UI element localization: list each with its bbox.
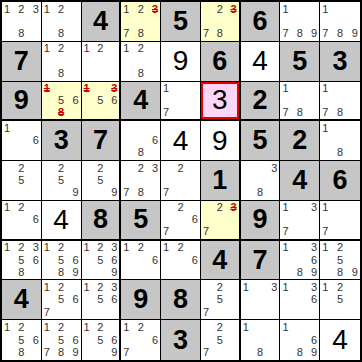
cell-r2c9[interactable]: 3 — [320, 42, 360, 82]
candidate-grid: 38 — [241, 161, 280, 200]
cell-given-value: 3 — [42, 121, 81, 160]
candidate-6: 6 — [67, 334, 79, 347]
cell-r4c1[interactable]: 16 — [2, 121, 42, 161]
candidate-2: 2 — [214, 281, 225, 293]
cell-r9c8[interactable]: 1689 — [280, 320, 320, 360]
candidate-grid: 125689 — [42, 241, 81, 280]
cell-given-value: 6 — [320, 161, 360, 200]
sudoku-board: 1238128412378523786178917897128121289645… — [0, 0, 362, 362]
cell-r9c7[interactable]: 18 — [241, 320, 281, 360]
candidate-1: 1 — [322, 122, 334, 134]
candidate-grid: 126 — [2, 201, 41, 239]
candidate-grid: 68 — [121, 121, 160, 160]
candidate-2: 2 — [135, 242, 147, 254]
candidate-grid: 137 — [280, 201, 319, 239]
cell-r2c4[interactable]: 128 — [121, 42, 161, 82]
candidate-7: 7 — [44, 306, 56, 318]
cell-r5c9[interactable]: 6 — [320, 161, 360, 201]
candidate-8: 8 — [294, 346, 306, 359]
candidate-grid: 125 — [320, 280, 360, 319]
candidate-6: 6 — [106, 94, 117, 106]
candidate-8: 8 — [334, 106, 346, 118]
candidate-9: 9 — [306, 266, 318, 278]
cell-given-value: 3 — [320, 42, 360, 81]
candidate-grid: 12378 — [121, 2, 160, 41]
candidate-6: 6 — [27, 334, 39, 347]
candidate-8: 8 — [55, 346, 67, 359]
cell-given-value: 2 — [241, 82, 280, 120]
candidate-8: 8 — [334, 147, 346, 159]
candidate-2: 2 — [214, 3, 225, 15]
candidate-grid: 257 — [201, 320, 239, 360]
cell-given-value: 7 — [82, 121, 120, 160]
candidate-7: 7 — [322, 106, 334, 118]
candidate-2: 2 — [16, 3, 28, 15]
cell-r5c3[interactable]: 259 — [82, 161, 122, 201]
cell-r9c2[interactable]: 1256789 — [42, 320, 82, 360]
cell-r1c5[interactable]: 5 — [161, 2, 201, 42]
candidate-6: 6 — [106, 254, 117, 266]
cell-r6c1[interactable]: 126 — [2, 201, 42, 241]
candidate-grid: 128 — [42, 2, 81, 41]
candidate-6: 6 — [27, 135, 39, 147]
cell-r6c4[interactable]: 5 — [121, 201, 161, 241]
candidate-grid: 18 — [320, 121, 360, 160]
candidate-1: 1 — [44, 3, 56, 15]
candidate-2: 2 — [175, 162, 187, 174]
cell-r2c7[interactable]: 4 — [241, 42, 281, 82]
candidate-5: 5 — [16, 254, 28, 266]
cell-r1c4[interactable]: 12378 — [121, 2, 161, 42]
candidate-3: 3 — [106, 242, 117, 254]
candidate-3: 3 — [306, 202, 318, 214]
cell-given-value: 5 — [121, 201, 160, 239]
cell-r1c9[interactable]: 1789 — [320, 2, 360, 42]
cell-r3c4[interactable]: 4 — [121, 82, 161, 122]
candidate-9: 9 — [306, 346, 318, 359]
cell-r9c1[interactable]: 12568 — [2, 320, 42, 360]
cell-given-value: 7 — [2, 42, 41, 81]
candidate-8: 8 — [294, 28, 306, 40]
candidate-5: 5 — [95, 254, 106, 266]
cell-given-value: 8 — [82, 201, 120, 239]
candidate-7: 7 — [282, 226, 294, 238]
candidate-grid: 1356 — [82, 82, 120, 120]
candidate-grid: 2378 — [121, 161, 160, 200]
cell-given-value: 4 — [201, 241, 239, 280]
cell-r5c6[interactable]: 1 — [201, 161, 241, 201]
candidate-8: 8 — [135, 187, 147, 199]
cell-given-value: 4 — [121, 82, 160, 120]
cell-given-value: 9 — [241, 201, 280, 239]
cell-entered-value: 9 — [201, 121, 239, 160]
cell-r2c2[interactable]: 128 — [42, 42, 82, 82]
candidate-2: 2 — [334, 281, 346, 293]
cell-r9c3[interactable]: 12569 — [82, 320, 122, 360]
candidate-5: 5 — [16, 174, 28, 186]
cell-r8c2[interactable]: 12567 — [42, 280, 82, 320]
candidate-grid: 27 — [161, 161, 200, 200]
candidate-5: 5 — [334, 254, 346, 266]
cell-r6c9[interactable]: 17 — [320, 201, 360, 241]
candidate-3: 3 — [306, 242, 318, 254]
cell-given-value: 1 — [201, 161, 239, 200]
candidate-2: 2 — [95, 281, 106, 293]
cell-r9c6[interactable]: 257 — [201, 320, 241, 360]
cell-entered-value: 4 — [320, 320, 360, 360]
cell-r2c1[interactable]: 7 — [2, 42, 42, 82]
cell-r4c6[interactable]: 9 — [201, 121, 241, 161]
candidate-8: 8 — [254, 187, 266, 199]
candidate-6: 6 — [306, 334, 318, 347]
candidate-6: 6 — [106, 294, 117, 306]
candidate-grid: 126 — [161, 241, 200, 280]
cell-entered-value: 4 — [241, 42, 280, 81]
cell-r7c8[interactable]: 13689 — [280, 241, 320, 281]
cell-given-value: 7 — [241, 241, 280, 280]
candidate-5: 5 — [214, 334, 225, 347]
candidate-2: 2 — [55, 321, 67, 334]
candidate-grid: 12567 — [42, 280, 81, 319]
cell-given-value: 5 — [241, 121, 280, 160]
candidate-2: 2 — [16, 202, 28, 214]
candidate-5: 5 — [55, 254, 67, 266]
candidate-1: 1 — [163, 242, 175, 254]
cell-r4c2[interactable]: 3 — [42, 121, 82, 161]
candidate-1: 1 — [322, 281, 334, 293]
candidate-6: 6 — [67, 254, 79, 266]
candidate-8: 8 — [16, 346, 28, 359]
cell-r1c6[interactable]: 2378 — [201, 2, 241, 42]
candidate-grid: 18 — [241, 320, 280, 360]
candidate-1: 1 — [4, 202, 16, 214]
cell-r5c8[interactable]: 4 — [280, 161, 320, 201]
candidate-9: 9 — [346, 28, 358, 40]
cell-r2c8[interactable]: 5 — [280, 42, 320, 82]
cell-r7c9[interactable]: 12589 — [320, 241, 360, 281]
cell-r8c8[interactable]: 136 — [280, 280, 320, 320]
cell-r3c1[interactable]: 9 — [2, 82, 42, 122]
cell-r6c3[interactable]: 8 — [82, 201, 122, 241]
candidate-5: 5 — [55, 294, 67, 306]
candidate-1: 1 — [84, 242, 95, 254]
candidate-1: 1 — [4, 122, 16, 134]
candidate-1: 1 — [123, 242, 135, 254]
candidate-grid: 1568 — [42, 82, 81, 120]
cell-r5c7[interactable]: 38 — [241, 161, 281, 201]
cell-r1c8[interactable]: 1789 — [280, 2, 320, 42]
candidate-grid: 17 — [320, 201, 360, 239]
cell-r3c5[interactable]: 17 — [161, 82, 201, 122]
cell-r4c9[interactable]: 18 — [320, 121, 360, 161]
candidate-7: 7 — [123, 346, 135, 359]
cell-entered-value: 4 — [42, 201, 81, 239]
candidate-eliminated-3: 3 — [106, 83, 117, 95]
candidate-grid: 259 — [82, 161, 120, 200]
candidate-grid: 12589 — [320, 241, 360, 280]
candidate-5: 5 — [55, 174, 67, 186]
cell-r8c3[interactable]: 12356 — [82, 280, 122, 320]
candidate-7: 7 — [203, 306, 214, 318]
candidate-eliminated-1: 1 — [44, 83, 56, 95]
candidate-3: 3 — [27, 3, 39, 15]
candidate-grid: 16 — [2, 121, 41, 160]
cell-r4c4[interactable]: 68 — [121, 121, 161, 161]
candidate-1: 1 — [282, 242, 294, 254]
cell-r5c5[interactable]: 27 — [161, 161, 201, 201]
candidate-6: 6 — [147, 334, 159, 347]
candidate-grid: 12569 — [82, 320, 120, 360]
candidate-3: 3 — [147, 162, 159, 174]
cell-r8c4[interactable]: 9 — [121, 280, 161, 320]
candidate-grid: 128 — [121, 42, 160, 81]
candidate-grid: 1689 — [280, 320, 319, 360]
candidate-7: 7 — [322, 28, 334, 40]
candidate-1: 1 — [282, 202, 294, 214]
cell-r3c8[interactable]: 178 — [280, 82, 320, 122]
cell-r3c9[interactable]: 178 — [320, 82, 360, 122]
candidate-9: 9 — [346, 266, 358, 278]
candidate-2: 2 — [95, 162, 106, 174]
candidate-6: 6 — [27, 254, 39, 266]
candidate-7: 7 — [203, 346, 214, 359]
candidate-9: 9 — [67, 187, 79, 199]
candidate-7: 7 — [163, 226, 175, 238]
cell-r7c5[interactable]: 126 — [161, 241, 201, 281]
candidate-grid: 136 — [280, 280, 319, 319]
candidate-8: 8 — [16, 28, 28, 40]
cell-r5c4[interactable]: 2378 — [121, 161, 161, 201]
cell-given-value: 8 — [161, 280, 200, 319]
candidate-1: 1 — [44, 43, 56, 55]
candidate-1: 1 — [4, 321, 16, 334]
candidate-2: 2 — [175, 242, 187, 254]
candidate-8: 8 — [55, 67, 67, 79]
candidate-8: 8 — [334, 28, 346, 40]
candidate-5: 5 — [95, 294, 106, 306]
candidate-8: 8 — [135, 67, 147, 79]
cell-r7c7[interactable]: 7 — [241, 241, 281, 281]
candidate-5: 5 — [16, 334, 28, 347]
cell-r1c2[interactable]: 128 — [42, 2, 82, 42]
cell-r6c5[interactable]: 267 — [161, 201, 201, 241]
cell-r3c3[interactable]: 1356 — [82, 82, 122, 122]
candidate-6: 6 — [147, 254, 159, 266]
candidate-9: 9 — [67, 346, 79, 359]
candidate-eliminated-8: 8 — [55, 106, 67, 118]
candidate-grid: 1789 — [280, 2, 319, 41]
candidate-grid: 12568 — [2, 320, 41, 360]
cell-r2c3[interactable]: 12 — [82, 42, 122, 82]
candidate-grid: 237 — [201, 201, 239, 239]
candidate-7: 7 — [282, 106, 294, 118]
cell-r3c7[interactable]: 2 — [241, 82, 281, 122]
cell-r2c6[interactable]: 6 — [201, 42, 241, 82]
cell-r6c8[interactable]: 137 — [280, 201, 320, 241]
cell-r9c4[interactable]: 1267 — [121, 320, 161, 360]
candidate-3: 3 — [266, 281, 278, 293]
cell-r7c3[interactable]: 123569 — [82, 241, 122, 281]
candidate-5: 5 — [95, 174, 106, 186]
candidate-3: 3 — [106, 281, 117, 293]
candidate-8: 8 — [16, 266, 28, 278]
candidate-eliminated-3: 3 — [147, 3, 159, 15]
cell-r7c1[interactable]: 123568 — [2, 241, 42, 281]
cell-r6c2[interactable]: 4 — [42, 201, 82, 241]
cell-r5c2[interactable]: 259 — [42, 161, 82, 201]
candidate-grid: 1256789 — [42, 320, 81, 360]
cell-r9c9[interactable]: 4 — [320, 320, 360, 360]
cell-r1c1[interactable]: 1238 — [2, 2, 42, 42]
candidate-grid: 1238 — [2, 2, 41, 41]
candidate-6: 6 — [27, 214, 39, 226]
candidate-grid: 126 — [121, 241, 160, 280]
candidate-8: 8 — [135, 28, 147, 40]
cell-given-value: 3 — [161, 320, 200, 360]
cell-given-value: 9 — [2, 82, 41, 120]
candidate-7: 7 — [203, 226, 214, 238]
candidate-grid: 13689 — [280, 241, 319, 280]
candidate-8: 8 — [55, 266, 67, 278]
candidate-1: 1 — [44, 281, 56, 293]
candidate-2: 2 — [16, 242, 28, 254]
candidate-9: 9 — [106, 266, 117, 278]
cell-r8c1[interactable]: 4 — [2, 280, 42, 320]
candidate-9: 9 — [67, 266, 79, 278]
candidate-1: 1 — [322, 202, 334, 214]
cell-r1c7[interactable]: 6 — [241, 2, 281, 42]
candidate-grid: 178 — [320, 82, 360, 120]
candidate-grid: 17 — [161, 82, 200, 120]
candidate-eliminated-3: 3 — [225, 202, 236, 214]
cell-r3c6[interactable]: 3 — [201, 82, 241, 122]
candidate-2: 2 — [214, 202, 225, 214]
candidate-1: 1 — [123, 3, 135, 15]
candidate-8: 8 — [254, 346, 266, 359]
candidate-grid: 1789 — [320, 2, 360, 41]
candidate-7: 7 — [282, 28, 294, 40]
cell-r4c3[interactable]: 7 — [82, 121, 122, 161]
candidate-1: 1 — [322, 83, 334, 95]
cell-r7c6[interactable]: 4 — [201, 241, 241, 281]
candidate-9: 9 — [106, 187, 117, 199]
candidate-1: 1 — [123, 43, 135, 55]
cell-entered-value: 4 — [161, 121, 200, 160]
candidate-grid: 257 — [201, 280, 239, 319]
candidate-1: 1 — [322, 242, 334, 254]
candidate-2: 2 — [214, 321, 225, 334]
candidate-2: 2 — [175, 202, 187, 214]
cell-r6c6[interactable]: 237 — [201, 201, 241, 241]
candidate-5: 5 — [55, 94, 67, 106]
candidate-8: 8 — [294, 106, 306, 118]
candidate-grid: 123568 — [2, 241, 41, 280]
cell-r1c3[interactable]: 4 — [82, 2, 122, 42]
cell-r2c5[interactable]: 9 — [161, 42, 201, 82]
candidate-2: 2 — [334, 242, 346, 254]
candidate-7: 7 — [322, 226, 334, 238]
candidate-2: 2 — [16, 321, 28, 334]
cell-r7c2[interactable]: 125689 — [42, 241, 82, 281]
cell-r8c5[interactable]: 8 — [161, 280, 201, 320]
cell-r8c7[interactable]: 13 — [241, 280, 281, 320]
candidate-5: 5 — [214, 294, 225, 306]
candidate-grid: 2378 — [201, 2, 239, 41]
cell-r4c7[interactable]: 5 — [241, 121, 281, 161]
cell-given-value: 5 — [161, 2, 200, 41]
candidate-1: 1 — [84, 321, 95, 334]
candidate-1: 1 — [243, 281, 255, 293]
candidate-7: 7 — [163, 187, 175, 199]
cell-r6c7[interactable]: 9 — [241, 201, 281, 241]
candidate-6: 6 — [186, 254, 198, 266]
cell-r9c5[interactable]: 3 — [161, 320, 201, 360]
cell-given-value: 4 — [280, 161, 319, 200]
cell-r4c5[interactable]: 4 — [161, 121, 201, 161]
cell-r5c1[interactable]: 25 — [2, 161, 42, 201]
candidate-3: 3 — [266, 162, 278, 174]
candidate-2: 2 — [95, 242, 106, 254]
candidate-grid: 178 — [280, 82, 319, 120]
candidate-7: 7 — [163, 106, 175, 118]
cell-entered-value: 9 — [161, 42, 200, 81]
candidate-8: 8 — [214, 28, 225, 40]
candidate-9: 9 — [306, 28, 318, 40]
candidate-8: 8 — [334, 266, 346, 278]
candidate-grid: 259 — [42, 161, 81, 200]
candidate-2: 2 — [55, 43, 67, 55]
candidate-9: 9 — [106, 346, 117, 359]
candidate-1: 1 — [282, 83, 294, 95]
candidate-7: 7 — [44, 346, 56, 359]
candidate-6: 6 — [306, 254, 318, 266]
candidate-1: 1 — [4, 3, 16, 15]
candidate-5: 5 — [95, 334, 106, 347]
candidate-grid: 1267 — [121, 320, 160, 360]
candidate-2: 2 — [95, 321, 106, 334]
candidate-3: 3 — [306, 281, 318, 293]
cell-r8c9[interactable]: 125 — [320, 280, 360, 320]
candidate-eliminated-3: 3 — [225, 3, 236, 15]
candidate-2: 2 — [55, 162, 67, 174]
candidate-2: 2 — [135, 162, 147, 174]
candidate-2: 2 — [16, 162, 28, 174]
candidate-grid: 25 — [2, 161, 41, 200]
candidate-1: 1 — [44, 321, 56, 334]
cell-r7c4[interactable]: 126 — [121, 241, 161, 281]
cell-entered-value: 3 — [201, 82, 239, 120]
cell-given-value: 9 — [121, 280, 160, 319]
candidate-6: 6 — [306, 294, 318, 306]
candidate-6: 6 — [106, 334, 117, 347]
candidate-7: 7 — [123, 28, 135, 40]
candidate-7: 7 — [203, 28, 214, 40]
cell-given-value: 5 — [280, 42, 319, 81]
candidate-grid: 128 — [42, 42, 81, 81]
candidate-6: 6 — [186, 214, 198, 226]
candidate-1: 1 — [84, 43, 95, 55]
cell-given-value: 4 — [2, 280, 41, 319]
candidate-grid: 12 — [82, 42, 120, 81]
cell-r4c8[interactable]: 2 — [280, 121, 320, 161]
cell-r3c2[interactable]: 1568 — [42, 82, 82, 122]
candidate-2: 2 — [95, 43, 106, 55]
candidate-grid: 267 — [161, 201, 200, 239]
cell-r8c6[interactable]: 257 — [201, 280, 241, 320]
cell-given-value: 2 — [280, 121, 319, 160]
cell-given-value: 4 — [82, 2, 120, 41]
candidate-7: 7 — [123, 187, 135, 199]
